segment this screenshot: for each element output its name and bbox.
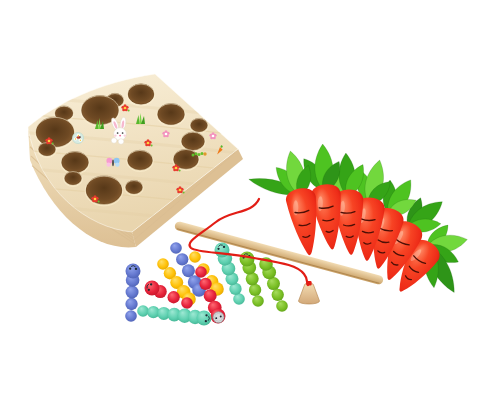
flower-leaf: [179, 169, 181, 171]
daisy-center: [78, 135, 79, 136]
flower-leaf: [183, 191, 185, 193]
worm-segment: [249, 284, 261, 296]
daisy-center: [80, 140, 81, 141]
worm-segment: [125, 310, 137, 322]
worm-pieces: [125, 242, 288, 325]
ladybug-flower-decal: [72, 132, 83, 143]
worm-segment: [272, 289, 284, 301]
flower-leaf: [151, 144, 153, 146]
worm-eye: [129, 268, 131, 270]
flower-center: [94, 198, 97, 201]
toy-product-photo: [0, 0, 500, 400]
flower-leaf: [128, 109, 130, 111]
worm-segment: [204, 289, 217, 302]
worm-eye: [223, 246, 225, 248]
bunny-cheek: [124, 134, 126, 136]
mini-caterpillar-seg: [198, 153, 201, 156]
worm-segment: [276, 300, 288, 312]
worm-segment: [137, 305, 149, 317]
worm-segment: [167, 291, 179, 303]
ladybug-head: [79, 136, 80, 137]
bunny-nose: [119, 135, 121, 137]
magnet-bob: [299, 281, 320, 304]
worm-segment: [125, 298, 137, 310]
worm-segment: [176, 253, 188, 265]
bunny-eye: [117, 132, 119, 134]
mini-caterpillar-seg: [195, 152, 198, 155]
worm-segment: [181, 297, 193, 309]
worm-piece-green: [259, 257, 288, 312]
wooden-board: [20, 74, 245, 247]
bunny-eye: [122, 132, 124, 134]
worm-eye: [148, 289, 150, 291]
butterfly-wing: [115, 162, 119, 166]
worm-eye: [217, 248, 219, 250]
worm-segment: [182, 264, 195, 277]
worm-segment: [170, 242, 182, 254]
bunny-cheek: [114, 134, 116, 136]
flower-leaf: [98, 200, 100, 202]
worm-eye: [135, 268, 137, 270]
worm-piece-teal: [137, 305, 211, 325]
bunny-paw: [118, 139, 124, 145]
worm-eye: [215, 317, 217, 319]
daisy-center: [75, 138, 76, 139]
flower-center: [179, 189, 182, 192]
worm-eye: [205, 314, 207, 316]
flower-center: [212, 135, 215, 138]
flower-leaf: [52, 142, 54, 144]
worm-segment: [252, 295, 264, 307]
butterfly-body: [112, 159, 114, 166]
worm-segment: [126, 285, 139, 298]
flower-center: [48, 140, 51, 143]
flower-center: [124, 107, 127, 110]
flower-center: [165, 133, 168, 136]
worm-eye: [150, 283, 152, 285]
magnet-wood-body: [299, 283, 320, 304]
worm-eye: [220, 315, 222, 317]
flower-center: [147, 142, 150, 145]
mini-caterpillar-seg: [192, 154, 195, 157]
butterfly-wing: [106, 162, 110, 166]
worm-eye: [205, 320, 207, 322]
worm-segment: [189, 251, 201, 263]
flower-center: [175, 167, 178, 170]
bunny-paw: [111, 138, 117, 144]
mini-caterpillar-head: [203, 152, 206, 155]
worm-segment: [199, 278, 211, 290]
mini-caterpillar-seg: [201, 152, 204, 155]
toy-scene: [0, 0, 500, 400]
worm-segment: [195, 266, 207, 278]
